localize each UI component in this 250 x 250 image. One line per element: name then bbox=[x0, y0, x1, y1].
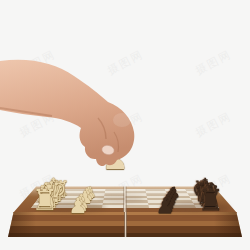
hand-arm bbox=[0, 0, 250, 250]
stock-photo-chess-scene: 摄图网摄图网摄图网摄图网摄图网摄图网摄图网摄图网摄图网 ♜♟♟♜♞♟♟♞♝♟♟♝… bbox=[0, 0, 250, 250]
